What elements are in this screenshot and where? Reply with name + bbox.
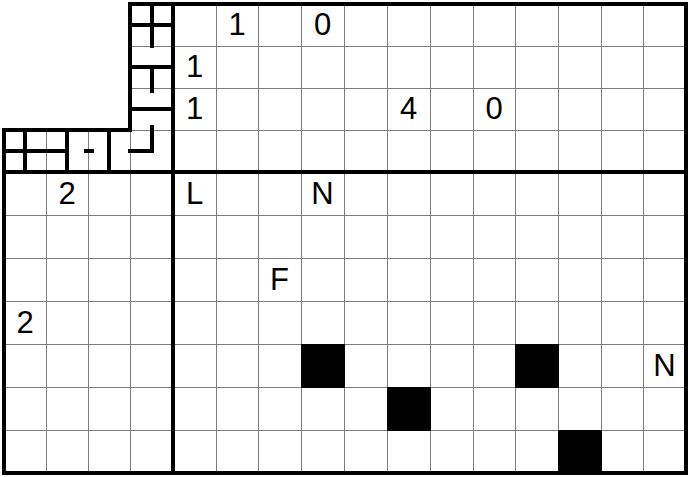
empty-cell[interactable]: [430, 430, 473, 473]
empty-cell[interactable]: [558, 387, 601, 430]
empty-cell[interactable]: [216, 258, 258, 301]
empty-cell[interactable]: [643, 215, 686, 258]
empty-cell[interactable]: [173, 130, 216, 172]
empty-cell[interactable]: [430, 215, 473, 258]
empty-cell[interactable]: [258, 4, 301, 46]
empty-cell[interactable]: [473, 46, 515, 88]
empty-cell[interactable]: [258, 46, 301, 88]
empty-cell[interactable]: [130, 258, 173, 301]
empty-cell[interactable]: [130, 215, 173, 258]
empty-cell[interactable]: [88, 430, 130, 473]
empty-cell[interactable]: [301, 430, 344, 473]
empty-cell[interactable]: [258, 88, 301, 130]
empty-cell[interactable]: [344, 215, 387, 258]
empty-cell[interactable]: [301, 46, 344, 88]
number-clue-cell: 1: [216, 4, 258, 46]
number-clue-cell: 1: [173, 46, 216, 88]
empty-cell[interactable]: [130, 430, 173, 473]
empty-cell[interactable]: [601, 301, 643, 344]
empty-cell[interactable]: [601, 46, 643, 88]
empty-cell[interactable]: [473, 215, 515, 258]
empty-cell[interactable]: [216, 172, 258, 215]
empty-cell[interactable]: [387, 4, 430, 46]
empty-cell[interactable]: [4, 258, 46, 301]
empty-cell[interactable]: [473, 258, 515, 301]
empty-cell[interactable]: [46, 301, 88, 344]
number-clue-cell: 0: [473, 88, 515, 130]
empty-cell[interactable]: [130, 387, 173, 430]
empty-cell[interactable]: [387, 344, 430, 387]
empty-cell[interactable]: [387, 301, 430, 344]
empty-cell[interactable]: [46, 430, 88, 473]
empty-cell[interactable]: [258, 387, 301, 430]
empty-cell[interactable]: [301, 387, 344, 430]
empty-cell[interactable]: [4, 430, 46, 473]
empty-cell[interactable]: [216, 215, 258, 258]
empty-cell[interactable]: [430, 4, 473, 46]
empty-cell[interactable]: [216, 301, 258, 344]
empty-cell[interactable]: [258, 344, 301, 387]
empty-cell[interactable]: [344, 4, 387, 46]
empty-cell[interactable]: [344, 172, 387, 215]
empty-cell[interactable]: [216, 130, 258, 172]
empty-cell[interactable]: [216, 387, 258, 430]
number-clue-cell: 2: [4, 301, 46, 344]
empty-cell[interactable]: [344, 130, 387, 172]
letter-clue-cell: N: [643, 344, 686, 387]
empty-cell[interactable]: [515, 88, 558, 130]
empty-cell[interactable]: [130, 172, 173, 215]
empty-cell[interactable]: [515, 172, 558, 215]
empty-cell[interactable]: [173, 258, 216, 301]
letter-clue-cell: L: [173, 172, 216, 215]
empty-cell[interactable]: [558, 172, 601, 215]
empty-cell[interactable]: [387, 172, 430, 215]
empty-cell[interactable]: [344, 88, 387, 130]
black-cell: [558, 430, 602, 474]
empty-cell[interactable]: [601, 258, 643, 301]
empty-cell[interactable]: [515, 430, 558, 473]
empty-cell[interactable]: [515, 130, 558, 172]
empty-cell[interactable]: [601, 344, 643, 387]
empty-cell[interactable]: [643, 4, 686, 46]
number-clue-cell: 0: [301, 4, 344, 46]
empty-cell[interactable]: [4, 344, 46, 387]
empty-cell[interactable]: [430, 344, 473, 387]
empty-cell[interactable]: [430, 172, 473, 215]
empty-cell[interactable]: [558, 344, 601, 387]
empty-cell[interactable]: [173, 430, 216, 473]
empty-cell[interactable]: [258, 215, 301, 258]
black-cell: [301, 344, 345, 388]
empty-cell[interactable]: [4, 387, 46, 430]
empty-cell[interactable]: [216, 46, 258, 88]
empty-cell[interactable]: [301, 258, 344, 301]
empty-cell[interactable]: [473, 430, 515, 473]
empty-cell[interactable]: [216, 430, 258, 473]
region-border: [23, 128, 27, 174]
empty-cell[interactable]: [387, 46, 430, 88]
empty-cell[interactable]: [344, 387, 387, 430]
empty-cell[interactable]: [301, 88, 344, 130]
region-border: [150, 2, 154, 48]
empty-cell[interactable]: [515, 4, 558, 46]
empty-cell[interactable]: [88, 387, 130, 430]
empty-cell[interactable]: [515, 215, 558, 258]
empty-cell[interactable]: [301, 301, 344, 344]
black-cell: [387, 387, 431, 431]
empty-cell[interactable]: [173, 344, 216, 387]
empty-cell[interactable]: [601, 88, 643, 130]
empty-cell[interactable]: [643, 172, 686, 215]
empty-cell[interactable]: [173, 4, 216, 46]
empty-cell[interactable]: [130, 301, 173, 344]
empty-cell[interactable]: [643, 301, 686, 344]
empty-cell[interactable]: [473, 4, 515, 46]
region-border: [84, 149, 94, 153]
empty-cell[interactable]: [643, 430, 686, 473]
empty-cell[interactable]: [4, 172, 46, 215]
empty-cell[interactable]: [258, 130, 301, 172]
empty-cell[interactable]: [515, 301, 558, 344]
empty-cell[interactable]: [46, 215, 88, 258]
empty-cell[interactable]: [473, 301, 515, 344]
empty-cell[interactable]: [601, 172, 643, 215]
empty-cell[interactable]: [558, 130, 601, 172]
black-cell: [515, 344, 559, 388]
number-clue-cell: 1: [173, 88, 216, 130]
letter-clue-cell: N: [301, 172, 344, 215]
empty-cell[interactable]: [430, 301, 473, 344]
empty-cell[interactable]: [558, 4, 601, 46]
empty-cell[interactable]: [344, 258, 387, 301]
empty-cell[interactable]: [430, 130, 473, 172]
empty-cell[interactable]: [301, 130, 344, 172]
empty-cell[interactable]: [601, 215, 643, 258]
empty-cell[interactable]: [430, 88, 473, 130]
puzzle-board: 1011402LNF2N: [0, 0, 689, 477]
empty-cell[interactable]: [88, 215, 130, 258]
empty-cell[interactable]: [558, 46, 601, 88]
empty-cell[interactable]: [643, 258, 686, 301]
empty-cell[interactable]: [344, 301, 387, 344]
empty-cell[interactable]: [515, 258, 558, 301]
empty-cell[interactable]: [473, 130, 515, 172]
empty-cell[interactable]: [473, 387, 515, 430]
empty-cell[interactable]: [430, 258, 473, 301]
empty-cell[interactable]: [601, 387, 643, 430]
empty-cell[interactable]: [46, 387, 88, 430]
empty-cell[interactable]: [387, 258, 430, 301]
empty-cell[interactable]: [344, 344, 387, 387]
empty-cell[interactable]: [430, 46, 473, 88]
empty-cell[interactable]: [387, 215, 430, 258]
empty-cell[interactable]: [430, 387, 473, 430]
empty-cell[interactable]: [46, 344, 88, 387]
empty-cell[interactable]: [88, 344, 130, 387]
number-clue-cell: 2: [46, 172, 88, 215]
empty-cell[interactable]: [216, 88, 258, 130]
empty-cell[interactable]: [387, 130, 430, 172]
region-border: [128, 149, 154, 153]
empty-cell[interactable]: [88, 172, 130, 215]
empty-cell[interactable]: [558, 301, 601, 344]
empty-cell[interactable]: [643, 130, 686, 172]
empty-cell[interactable]: [173, 215, 216, 258]
empty-cell[interactable]: [601, 430, 643, 473]
empty-cell[interactable]: [258, 301, 301, 344]
region-border: [150, 65, 154, 93]
empty-cell[interactable]: [515, 46, 558, 88]
empty-cell[interactable]: [173, 301, 216, 344]
empty-cell[interactable]: [301, 215, 344, 258]
empty-cell[interactable]: [88, 258, 130, 301]
empty-cell[interactable]: [473, 344, 515, 387]
empty-cell[interactable]: [387, 430, 430, 473]
empty-cell[interactable]: [173, 387, 216, 430]
empty-cell[interactable]: [88, 301, 130, 344]
empty-cell[interactable]: [558, 215, 601, 258]
letter-clue-cell: F: [258, 258, 301, 301]
empty-cell[interactable]: [344, 430, 387, 473]
region-border: [107, 128, 111, 174]
region-border: [128, 107, 175, 111]
empty-cell[interactable]: [558, 88, 601, 130]
empty-cell[interactable]: [601, 4, 643, 46]
empty-cell[interactable]: [130, 344, 173, 387]
empty-cell[interactable]: [601, 130, 643, 172]
region-border: [44, 149, 69, 153]
empty-cell[interactable]: [473, 172, 515, 215]
empty-cell[interactable]: [643, 46, 686, 88]
empty-cell[interactable]: [558, 258, 601, 301]
empty-cell[interactable]: [643, 88, 686, 130]
empty-cell[interactable]: [216, 344, 258, 387]
number-clue-cell: 4: [387, 88, 430, 130]
empty-cell[interactable]: [4, 215, 46, 258]
empty-cell[interactable]: [46, 258, 88, 301]
empty-cell[interactable]: [258, 172, 301, 215]
empty-cell[interactable]: [515, 387, 558, 430]
empty-cell[interactable]: [258, 430, 301, 473]
empty-cell[interactable]: [344, 46, 387, 88]
empty-cell[interactable]: [643, 387, 686, 430]
